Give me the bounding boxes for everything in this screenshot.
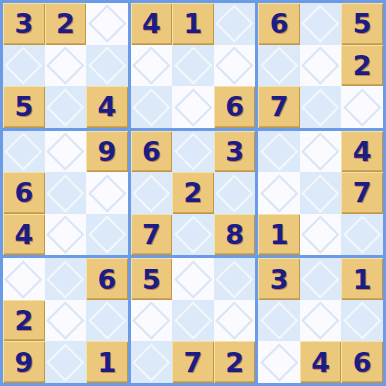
cell-r4c1[interactable] [3,131,45,173]
cell-r6c5[interactable] [172,214,214,256]
cell-r1c1: 3 [3,3,45,45]
cell-r2c3[interactable] [86,45,128,87]
cell-r9c3: 1 [86,341,128,383]
cell-r9c4[interactable] [131,341,173,383]
cell-r2c1[interactable] [3,45,45,87]
cell-r7c7: 3 [258,258,300,300]
cell-r6c6: 8 [214,214,256,256]
cell-r1c9: 5 [341,3,383,45]
cell-r8c5[interactable] [172,300,214,342]
sudoku-board: 325441665279646327847162915723146 [0,0,386,386]
cell-r9c8: 4 [300,341,342,383]
box-r3c3: 3146 [258,258,383,383]
cell-r2c6[interactable] [214,45,256,87]
cell-r8c8[interactable] [300,300,342,342]
cell-r9c9: 6 [341,341,383,383]
cell-r2c9: 2 [341,45,383,87]
cell-r1c4: 4 [131,3,173,45]
box-r2c3: 471 [258,131,383,256]
cell-r7c2[interactable] [45,258,87,300]
cell-r5c2[interactable] [45,172,87,214]
cell-r7c4: 5 [131,258,173,300]
cell-r6c3[interactable] [86,214,128,256]
cell-r8c1: 2 [3,300,45,342]
cell-r6c9[interactable] [341,214,383,256]
cell-r1c3[interactable] [86,3,128,45]
cell-r1c8[interactable] [300,3,342,45]
cell-r3c6: 6 [214,86,256,128]
cell-r1c2: 2 [45,3,87,45]
cell-r7c9: 1 [341,258,383,300]
cell-r8c4[interactable] [131,300,173,342]
cell-r1c7: 6 [258,3,300,45]
cell-r1c6[interactable] [214,3,256,45]
cell-r5c7[interactable] [258,172,300,214]
cell-r9c7[interactable] [258,341,300,383]
box-r3c2: 572 [131,258,256,383]
cell-r5c3[interactable] [86,172,128,214]
cell-r3c8[interactable] [300,86,342,128]
cell-r6c1: 4 [3,214,45,256]
cell-r2c8[interactable] [300,45,342,87]
cell-r3c7: 7 [258,86,300,128]
cell-r7c5[interactable] [172,258,214,300]
cell-r6c2[interactable] [45,214,87,256]
cell-r3c3: 4 [86,86,128,128]
cell-r3c2[interactable] [45,86,87,128]
cell-r9c6: 2 [214,341,256,383]
cell-r5c4[interactable] [131,172,173,214]
box-r1c3: 6527 [258,3,383,128]
cell-r8c2[interactable] [45,300,87,342]
cell-r7c8[interactable] [300,258,342,300]
cell-r8c7[interactable] [258,300,300,342]
cell-r9c2[interactable] [45,341,87,383]
cell-r4c9: 4 [341,131,383,173]
cell-r2c2[interactable] [45,45,87,87]
cell-r6c4: 7 [131,214,173,256]
box-r1c1: 3254 [3,3,128,128]
cell-r7c6[interactable] [214,258,256,300]
cell-r5c9: 7 [341,172,383,214]
cell-r4c6: 3 [214,131,256,173]
cell-r5c8[interactable] [300,172,342,214]
cell-r5c5: 2 [172,172,214,214]
cell-r3c4[interactable] [131,86,173,128]
cell-r6c7: 1 [258,214,300,256]
cell-r7c1[interactable] [3,258,45,300]
cell-r9c1: 9 [3,341,45,383]
cell-r5c1: 6 [3,172,45,214]
cell-r2c4[interactable] [131,45,173,87]
cell-r8c6[interactable] [214,300,256,342]
cell-r4c7[interactable] [258,131,300,173]
cell-r4c8[interactable] [300,131,342,173]
cell-r4c4: 6 [131,131,173,173]
box-r2c2: 63278 [131,131,256,256]
cell-r2c7[interactable] [258,45,300,87]
box-r3c1: 6291 [3,258,128,383]
cell-r1c5: 1 [172,3,214,45]
cell-r8c9[interactable] [341,300,383,342]
cell-r2c5[interactable] [172,45,214,87]
cell-r8c3[interactable] [86,300,128,342]
box-r2c1: 964 [3,131,128,256]
cell-r3c1: 5 [3,86,45,128]
cell-r3c5[interactable] [172,86,214,128]
cell-r4c3: 9 [86,131,128,173]
box-r1c2: 416 [131,3,256,128]
cell-r4c2[interactable] [45,131,87,173]
cell-r6c8[interactable] [300,214,342,256]
cell-r4c5[interactable] [172,131,214,173]
cell-r7c3: 6 [86,258,128,300]
cell-r9c5: 7 [172,341,214,383]
cell-r3c9[interactable] [341,86,383,128]
cell-r5c6[interactable] [214,172,256,214]
